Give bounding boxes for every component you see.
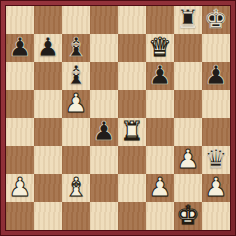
square-b4[interactable] bbox=[34, 118, 62, 146]
square-b1[interactable] bbox=[34, 202, 62, 230]
square-g8[interactable]: ♜ bbox=[174, 6, 202, 34]
square-h2[interactable]: ♟ bbox=[202, 174, 230, 202]
square-b6[interactable] bbox=[34, 62, 62, 90]
square-f6[interactable]: ♟ bbox=[146, 62, 174, 90]
square-f4[interactable] bbox=[146, 118, 174, 146]
square-f3[interactable] bbox=[146, 146, 174, 174]
piece-black-pawn[interactable]: ♟ bbox=[92, 117, 115, 145]
square-d3[interactable] bbox=[90, 146, 118, 174]
square-d2[interactable] bbox=[90, 174, 118, 202]
square-f8[interactable] bbox=[146, 6, 174, 34]
square-g7[interactable] bbox=[174, 34, 202, 62]
square-g5[interactable] bbox=[174, 90, 202, 118]
piece-white-pawn[interactable]: ♟ bbox=[148, 173, 171, 201]
square-c1[interactable] bbox=[62, 202, 90, 230]
square-c5[interactable]: ♟ bbox=[62, 90, 90, 118]
square-e1[interactable] bbox=[118, 202, 146, 230]
square-b5[interactable] bbox=[34, 90, 62, 118]
square-a6[interactable] bbox=[6, 62, 34, 90]
square-e7[interactable] bbox=[118, 34, 146, 62]
square-c7[interactable]: ♝ bbox=[62, 34, 90, 62]
piece-white-rook[interactable]: ♜ bbox=[120, 117, 143, 145]
square-h7[interactable] bbox=[202, 34, 230, 62]
piece-black-pawn[interactable]: ♟ bbox=[36, 33, 59, 61]
square-b2[interactable] bbox=[34, 174, 62, 202]
square-a4[interactable] bbox=[6, 118, 34, 146]
piece-white-pawn[interactable]: ♟ bbox=[176, 145, 199, 173]
square-d6[interactable] bbox=[90, 62, 118, 90]
piece-black-pawn[interactable]: ♟ bbox=[204, 61, 227, 89]
square-f2[interactable]: ♟ bbox=[146, 174, 174, 202]
square-f5[interactable] bbox=[146, 90, 174, 118]
piece-black-rook[interactable]: ♜ bbox=[176, 5, 199, 33]
piece-black-queen[interactable]: ♛ bbox=[204, 145, 227, 173]
piece-black-bishop[interactable]: ♝ bbox=[64, 61, 87, 89]
square-e5[interactable] bbox=[118, 90, 146, 118]
square-e3[interactable] bbox=[118, 146, 146, 174]
piece-white-bishop[interactable]: ♝ bbox=[64, 173, 87, 201]
square-h4[interactable] bbox=[202, 118, 230, 146]
square-g6[interactable] bbox=[174, 62, 202, 90]
piece-black-bishop[interactable]: ♝ bbox=[64, 33, 87, 61]
square-e6[interactable] bbox=[118, 62, 146, 90]
square-h3[interactable]: ♛ bbox=[202, 146, 230, 174]
piece-white-pawn[interactable]: ♟ bbox=[8, 173, 31, 201]
square-d8[interactable] bbox=[90, 6, 118, 34]
piece-black-pawn[interactable]: ♟ bbox=[148, 61, 171, 89]
square-h8[interactable]: ♚ bbox=[202, 6, 230, 34]
square-c3[interactable] bbox=[62, 146, 90, 174]
square-a3[interactable] bbox=[6, 146, 34, 174]
piece-white-king[interactable]: ♚ bbox=[176, 201, 199, 229]
square-d4[interactable]: ♟ bbox=[90, 118, 118, 146]
square-a5[interactable] bbox=[6, 90, 34, 118]
square-e2[interactable] bbox=[118, 174, 146, 202]
square-e4[interactable]: ♜ bbox=[118, 118, 146, 146]
piece-white-pawn[interactable]: ♟ bbox=[204, 173, 227, 201]
square-g2[interactable] bbox=[174, 174, 202, 202]
square-c8[interactable] bbox=[62, 6, 90, 34]
square-d7[interactable] bbox=[90, 34, 118, 62]
square-c6[interactable]: ♝ bbox=[62, 62, 90, 90]
square-a2[interactable]: ♟ bbox=[6, 174, 34, 202]
square-c4[interactable] bbox=[62, 118, 90, 146]
square-a1[interactable] bbox=[6, 202, 34, 230]
chess-board-frame: ♜♚♟♟♝♛♝♟♟♟♟♜♟♛♟♝♟♟♚ bbox=[0, 0, 236, 236]
square-e8[interactable] bbox=[118, 6, 146, 34]
square-g4[interactable] bbox=[174, 118, 202, 146]
square-g1[interactable]: ♚ bbox=[174, 202, 202, 230]
piece-black-pawn[interactable]: ♟ bbox=[8, 33, 31, 61]
square-f1[interactable] bbox=[146, 202, 174, 230]
square-h5[interactable] bbox=[202, 90, 230, 118]
square-f7[interactable]: ♛ bbox=[146, 34, 174, 62]
chess-board: ♜♚♟♟♝♛♝♟♟♟♟♜♟♛♟♝♟♟♚ bbox=[6, 6, 230, 230]
square-a8[interactable] bbox=[6, 6, 34, 34]
square-h1[interactable] bbox=[202, 202, 230, 230]
square-b7[interactable]: ♟ bbox=[34, 34, 62, 62]
square-d5[interactable] bbox=[90, 90, 118, 118]
square-b8[interactable] bbox=[34, 6, 62, 34]
square-g3[interactable]: ♟ bbox=[174, 146, 202, 174]
piece-white-pawn[interactable]: ♟ bbox=[64, 89, 87, 117]
square-a7[interactable]: ♟ bbox=[6, 34, 34, 62]
square-d1[interactable] bbox=[90, 202, 118, 230]
square-c2[interactable]: ♝ bbox=[62, 174, 90, 202]
square-b3[interactable] bbox=[34, 146, 62, 174]
piece-white-queen[interactable]: ♛ bbox=[148, 33, 171, 61]
square-h6[interactable]: ♟ bbox=[202, 62, 230, 90]
piece-black-king[interactable]: ♚ bbox=[204, 5, 227, 33]
